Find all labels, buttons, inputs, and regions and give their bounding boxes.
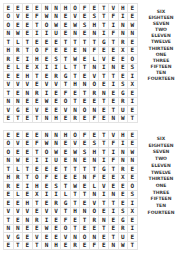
grid-cell: E: [42, 72, 52, 81]
grid-cell: E: [109, 225, 119, 234]
grid-cell: R: [33, 89, 43, 98]
grid-cell: F: [109, 157, 119, 166]
grid-cell: E: [4, 64, 14, 73]
grid-cell: G: [61, 72, 71, 81]
grid-cell: O: [4, 13, 14, 22]
grid-cell: E: [33, 225, 43, 234]
grid-cell: E: [52, 174, 62, 183]
grid-cell: V: [61, 106, 71, 115]
grid-cell: N: [128, 30, 138, 39]
grid-cell: R: [119, 225, 129, 234]
grid-cell: T: [80, 64, 90, 73]
grid-cell: E: [52, 216, 62, 225]
grid-cell: N: [119, 30, 129, 39]
grid-cell: V: [52, 81, 62, 90]
grid-cell: I: [109, 208, 119, 217]
grid-cell: T: [99, 131, 109, 140]
grid-cell: T: [109, 72, 119, 81]
grid-cell: N: [23, 216, 33, 225]
grid-cell: R: [4, 182, 14, 191]
grid-cell: E: [14, 55, 24, 64]
grid-cell: O: [80, 233, 90, 242]
grid-cell: W: [14, 157, 24, 166]
grid-cell: E: [42, 38, 52, 47]
grid-cell: N: [99, 216, 109, 225]
grid-cell: R: [4, 55, 14, 64]
grid-cell: T: [90, 165, 100, 174]
grid-cell: O: [42, 21, 52, 30]
word-list-item: SEVEN: [142, 149, 180, 156]
grid-cell: S: [128, 64, 138, 73]
grid-cell: E: [4, 199, 14, 208]
grid-cell: T: [61, 38, 71, 47]
grid-cell: U: [119, 106, 129, 115]
grid-cell: F: [80, 4, 90, 13]
grid-cell: W: [71, 148, 81, 157]
grid-cell: O: [33, 174, 43, 183]
grid-cell: O: [90, 208, 100, 217]
grid-cell: H: [23, 199, 33, 208]
grid-cell: T: [4, 89, 14, 98]
grid-cell: V: [109, 4, 119, 13]
grid-cell: I: [42, 157, 52, 166]
grid-cell: U: [119, 233, 129, 242]
grid-cell: E: [61, 242, 71, 251]
grid-cell: T: [99, 140, 109, 149]
word-list-item: ELEVEN: [142, 163, 180, 170]
grid-cell: E: [23, 233, 33, 242]
word-list-item: TWO: [142, 156, 180, 163]
grid-cell: E: [99, 106, 109, 115]
grid-cell: W: [42, 140, 52, 149]
grid-cell: E: [71, 174, 81, 183]
grid-cell: I: [52, 64, 62, 73]
grid-cell: I: [109, 81, 119, 90]
grid-cell: F: [61, 89, 71, 98]
grid-cell: O: [33, 47, 43, 56]
grid-cell: E: [109, 216, 119, 225]
grid-cell: T: [99, 4, 109, 13]
grid-cell: V: [42, 208, 52, 217]
word-search-worksheet: { "game": "word-search", "grid": { "rows…: [0, 0, 180, 255]
grid-cell: H: [71, 81, 81, 90]
grid-cell: L: [14, 165, 24, 174]
grid-cell: E: [61, 13, 71, 22]
grid-cell: L: [90, 182, 100, 191]
grid-cell: R: [90, 89, 100, 98]
grid-cell: L: [14, 64, 24, 73]
grid-cell: T: [71, 225, 81, 234]
grid-cell: T: [109, 38, 119, 47]
grid-cell: T: [33, 199, 43, 208]
grid-cell: T: [23, 38, 33, 47]
grid-cell: N: [80, 81, 90, 90]
grid-cell: E: [42, 233, 52, 242]
grid-cell: E: [23, 30, 33, 39]
grid-cell: E: [23, 13, 33, 22]
grid-cell: S: [90, 13, 100, 22]
grid-cell: T: [99, 148, 109, 157]
grid-cell: S: [119, 208, 129, 217]
grid-cell: R: [33, 216, 43, 225]
grid-cell: E: [61, 21, 71, 30]
grid-cell: E: [61, 47, 71, 56]
grid-cell: T: [33, 115, 43, 124]
grid-cell: F: [90, 174, 100, 183]
grid-cell: H: [23, 72, 33, 81]
grid-cell: E: [119, 72, 129, 81]
grid-cell: E: [61, 148, 71, 157]
grid-cell: H: [52, 115, 62, 124]
grid-cell: F: [109, 13, 119, 22]
grid-cell: O: [42, 148, 52, 157]
grid-cell: E: [61, 140, 71, 149]
grid-cell: L: [14, 38, 24, 47]
grid-cell: E: [80, 98, 90, 107]
grid-cell: V: [4, 208, 14, 217]
grid-cell: E: [80, 140, 90, 149]
grid-cell: N: [109, 64, 119, 73]
grid-cell: G: [14, 233, 24, 242]
grid-cell: V: [14, 81, 24, 90]
grid-cell: I: [23, 55, 33, 64]
grid-cell: E: [14, 131, 24, 140]
grid-cell: I: [42, 89, 52, 98]
grid-cell: N: [52, 4, 62, 13]
grid-cell: T: [71, 191, 81, 200]
grid-cell: I: [23, 182, 33, 191]
grid-cell: E: [80, 13, 90, 22]
grid-cell: E: [128, 165, 138, 174]
grid-cell: R: [52, 199, 62, 208]
grid-cell: E: [14, 89, 24, 98]
grid-cell: W: [71, 182, 81, 191]
grid-cell: E: [99, 81, 109, 90]
word-list: SIXEIGHTEENSEVENTWOELEVENTWELVETHIRTEENO…: [142, 9, 180, 82]
grid-cell: E: [61, 174, 71, 183]
grid-cell: H: [90, 148, 100, 157]
grid-cell: E: [14, 199, 24, 208]
grid-cell: I: [128, 199, 138, 208]
grid-cell: S: [52, 182, 62, 191]
grid-cell: E: [52, 233, 62, 242]
grid-cell: O: [61, 98, 71, 107]
grid-cell: R: [119, 98, 129, 107]
word-list-item: THIRTEEN: [142, 176, 180, 183]
grid-cell: W: [14, 30, 24, 39]
grid-cell: H: [4, 47, 14, 56]
grid-cell: N: [119, 148, 129, 157]
grid-cell: E: [4, 242, 14, 251]
grid-cell: V: [99, 182, 109, 191]
grid-cell: E: [52, 89, 62, 98]
grid-cell: N: [128, 157, 138, 166]
grid-cell: T: [99, 13, 109, 22]
grid-cell: E: [99, 233, 109, 242]
grid-cell: E: [23, 4, 33, 13]
grid-cell: N: [109, 115, 119, 124]
grid-cell: E: [128, 89, 138, 98]
grid-cell: E: [128, 4, 138, 13]
grid-cell: T: [128, 115, 138, 124]
grid-cell: E: [52, 106, 62, 115]
grid-cell: L: [61, 191, 71, 200]
grid-cell: E: [42, 182, 52, 191]
grid-cell: E: [119, 55, 129, 64]
grid-cell: F: [61, 216, 71, 225]
grid-cell: V: [4, 81, 14, 90]
grid-cell: T: [80, 89, 90, 98]
grid-cell: V: [4, 233, 14, 242]
grid-cell: N: [90, 157, 100, 166]
word-list-item: ONE: [142, 183, 180, 190]
grid-cell: I: [99, 30, 109, 39]
grid-cell: E: [109, 55, 119, 64]
grid-cell: I: [109, 21, 119, 30]
grid-cell: T: [4, 216, 14, 225]
grid-cell: N: [99, 89, 109, 98]
grid-cell: N: [71, 30, 81, 39]
grid-cell: I: [99, 191, 109, 200]
grid-cell: T: [80, 38, 90, 47]
grid-cell: T: [4, 165, 14, 174]
grid-cell: R: [14, 47, 24, 56]
grid-cell: W: [42, 13, 52, 22]
grid-cell: E: [61, 30, 71, 39]
word-list-item: FOURTEEN: [142, 76, 180, 82]
grid-cell: H: [61, 131, 71, 140]
grid-cell: I: [42, 30, 52, 39]
grid-cell: E: [71, 89, 81, 98]
grid-cell: G: [14, 106, 24, 115]
grid-cell: T: [4, 38, 14, 47]
grid-cell: E: [23, 131, 33, 140]
grid-cell: I: [42, 64, 52, 73]
grid-cell: E: [99, 115, 109, 124]
grid-cell: N: [80, 47, 90, 56]
grid-cell: H: [119, 131, 129, 140]
grid-cell: E: [23, 191, 33, 200]
grid-cell: T: [23, 165, 33, 174]
grid-cell: E: [90, 98, 100, 107]
grid-cell: E: [23, 242, 33, 251]
grid-cell: F: [33, 140, 43, 149]
word-list-item: EIGHTEEN: [142, 143, 180, 150]
grid-cell: I: [128, 98, 138, 107]
grid-cell: E: [4, 4, 14, 13]
grid-cell: V: [23, 208, 33, 217]
grid-cell: T: [90, 38, 100, 47]
grid-cell: N: [42, 242, 52, 251]
grid-cell: E: [52, 225, 62, 234]
grid-cell: V: [23, 81, 33, 90]
grid-cell: N: [52, 140, 62, 149]
grid-cell: E: [33, 208, 43, 217]
grid-cell: E: [128, 140, 138, 149]
grid-cell: T: [109, 106, 119, 115]
word-list-item: TWELVE: [142, 170, 180, 177]
grid-cell: E: [80, 182, 90, 191]
grid-cell: E: [128, 174, 138, 183]
grid-cell: G: [119, 89, 129, 98]
grid-cell: E: [14, 148, 24, 157]
grid-cell: R: [14, 174, 24, 183]
grid-cell: F: [42, 47, 52, 56]
grid-cell: T: [23, 47, 33, 56]
grid-cell: F: [109, 30, 119, 39]
grid-cell: E: [119, 191, 129, 200]
grid-cell: W: [128, 148, 138, 157]
grid-cell: H: [90, 21, 100, 30]
grid-cell: H: [33, 55, 43, 64]
grid-cell: E: [80, 30, 90, 39]
grid-cell: N: [109, 242, 119, 251]
grid-cell: O: [4, 148, 14, 157]
grid-cell: E: [80, 157, 90, 166]
grid-cell: T: [23, 174, 33, 183]
grid-cell: I: [99, 64, 109, 73]
grid-cell: I: [128, 72, 138, 81]
grid-cell: T: [99, 72, 109, 81]
grid-cell: T: [61, 81, 71, 90]
grid-cell: T: [71, 199, 81, 208]
grid-cell: E: [128, 233, 138, 242]
grid-cell: V: [90, 72, 100, 81]
grid-cell: E: [23, 225, 33, 234]
grid-cell: T: [109, 165, 119, 174]
grid-cell: I: [119, 13, 129, 22]
grid-cell: E: [128, 47, 138, 56]
grid-cell: V: [33, 233, 43, 242]
grid-cell: O: [71, 4, 81, 13]
grid-cell: R: [119, 38, 129, 47]
grid-cell: O: [128, 182, 138, 191]
grid-cell: H: [119, 4, 129, 13]
grid-cell: T: [99, 98, 109, 107]
grid-cell: E: [14, 72, 24, 81]
grid-cell: E: [33, 165, 43, 174]
grid-cell: S: [119, 81, 129, 90]
grid-cell: E: [4, 72, 14, 81]
grid-cell: E: [119, 64, 129, 73]
word-list-item: SIX: [142, 136, 180, 143]
grid-cell: O: [4, 140, 14, 149]
grid-cell: F: [109, 140, 119, 149]
letter-grid: EEEENNHOFETVHEOVEFWNEVESTFIEOEETOWEWSHTI…: [3, 3, 138, 123]
word-list-item: FIFTEEN: [142, 196, 180, 203]
grid-cell: W: [42, 225, 52, 234]
grid-cell: T: [61, 55, 71, 64]
grid-cell: E: [80, 55, 90, 64]
grid-cell: E: [71, 47, 81, 56]
grid-cell: E: [61, 115, 71, 124]
grid-cell: E: [80, 225, 90, 234]
grid-cell: V: [71, 13, 81, 22]
grid-cell: F: [90, 47, 100, 56]
word-list-item: FOURTEEN: [142, 210, 180, 217]
grid-cell: T: [80, 191, 90, 200]
word-list-item: THREE: [142, 190, 180, 197]
word-list: SIXEIGHTEENSEVENTWOELEVENTWELVETHIRTEENO…: [142, 136, 180, 216]
grid-cell: N: [23, 89, 33, 98]
grid-cell: E: [80, 242, 90, 251]
grid-cell: E: [23, 64, 33, 73]
grid-cell: H: [4, 174, 14, 183]
grid-cell: E: [23, 21, 33, 30]
grid-cell: N: [4, 98, 14, 107]
grid-cell: E: [23, 106, 33, 115]
grid-cell: R: [71, 115, 81, 124]
grid-cell: I: [42, 216, 52, 225]
grid-cell: I: [33, 30, 43, 39]
grid-cell: V: [42, 81, 52, 90]
grid-cell: T: [14, 242, 24, 251]
grid-cell: E: [23, 98, 33, 107]
grid-cell: E: [99, 47, 109, 56]
grid-cell: X: [33, 64, 43, 73]
grid-cell: N: [71, 106, 81, 115]
grid-cell: W: [52, 148, 62, 157]
grid-cell: E: [52, 47, 62, 56]
grid-cell: T: [80, 165, 90, 174]
grid-cell: E: [109, 89, 119, 98]
grid-cell: E: [14, 21, 24, 30]
grid-cell: E: [52, 98, 62, 107]
grid-cell: E: [23, 148, 33, 157]
grid-cell: E: [71, 216, 81, 225]
grid-cell: N: [90, 106, 100, 115]
grid-cell: V: [61, 233, 71, 242]
grid-cell: V: [90, 199, 100, 208]
grid-cell: X: [119, 174, 129, 183]
grid-cell: T: [99, 21, 109, 30]
grid-cell: T: [99, 199, 109, 208]
grid-cell: E: [99, 208, 109, 217]
grid-cell: N: [90, 64, 100, 73]
grid-cell: L: [14, 191, 24, 200]
grid-cell: T: [109, 199, 119, 208]
grid-cell: G: [119, 216, 129, 225]
grid-cell: R: [71, 242, 81, 251]
grid-cell: S: [128, 191, 138, 200]
grid-cell: U: [52, 157, 62, 166]
grid-cell: X: [128, 81, 138, 90]
grid-cell: E: [23, 140, 33, 149]
grid-cell: W: [71, 55, 81, 64]
grid-cell: E: [80, 115, 90, 124]
grid-cell: E: [42, 55, 52, 64]
grid-cell: T: [71, 98, 81, 107]
grid-cell: F: [42, 174, 52, 183]
grid-cell: E: [42, 199, 52, 208]
grid-cell: E: [128, 38, 138, 47]
grid-cell: N: [52, 13, 62, 22]
grid-cell: R: [52, 72, 62, 81]
grid-cell: E: [33, 38, 43, 47]
grid-cell: N: [42, 131, 52, 140]
grid-cell: T: [109, 233, 119, 242]
grid-cell: T: [71, 72, 81, 81]
grid-cell: E: [109, 47, 119, 56]
grid-cell: F: [90, 115, 100, 124]
grid-cell: N: [14, 98, 24, 107]
grid-cell: N: [90, 30, 100, 39]
grid-cell: W: [71, 21, 81, 30]
grid-cell: N: [119, 21, 129, 30]
grid-cell: S: [90, 140, 100, 149]
grid-cell: R: [119, 165, 129, 174]
grid-cell: N: [90, 233, 100, 242]
